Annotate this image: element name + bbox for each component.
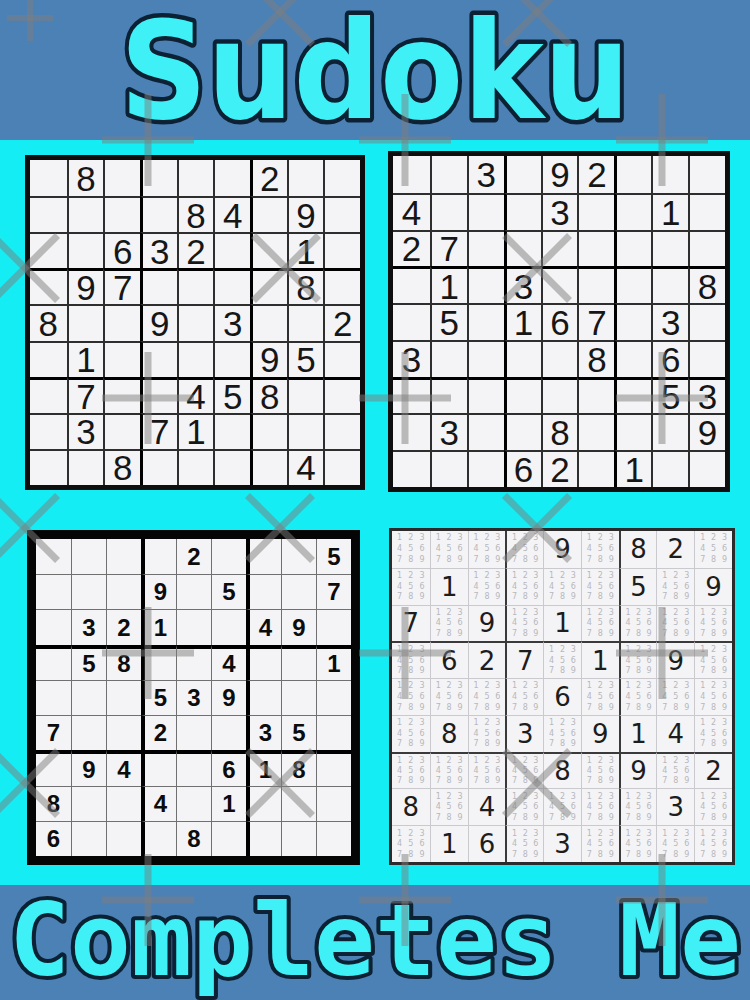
cell-r4c9: 8 bbox=[688, 266, 725, 303]
cell-r3c2: 123456789 bbox=[430, 605, 468, 642]
cell-r9c8 bbox=[281, 821, 316, 856]
given-digit: 8 bbox=[587, 342, 606, 377]
cell-r2c1: 123456789 bbox=[392, 568, 430, 605]
given-digit: 9 bbox=[630, 758, 647, 784]
cell-r4c7 bbox=[250, 268, 287, 304]
cell-r8c6 bbox=[213, 413, 250, 449]
pencil-marks: 123456789 bbox=[394, 756, 428, 787]
given-digit: 7 bbox=[150, 414, 169, 449]
cell-r2c6 bbox=[577, 193, 614, 230]
pencil-marks: 123456789 bbox=[471, 533, 504, 566]
given-digit: 1 bbox=[625, 452, 644, 487]
cell-r4c3: 2 bbox=[468, 641, 506, 678]
sudoku-grid-top-left: 8284963219788932195745837184 bbox=[25, 155, 365, 490]
cell-r1c6: 123456789 bbox=[581, 531, 619, 568]
cell-r3c6: 123456789 bbox=[581, 605, 619, 642]
cell-r4c2: 9 bbox=[67, 268, 104, 304]
pencil-marks: 123456789 bbox=[433, 533, 466, 566]
cell-r7c3 bbox=[103, 377, 140, 413]
given-digit: 6 bbox=[661, 342, 680, 377]
cell-r7c3 bbox=[467, 377, 504, 414]
cell-r8c3 bbox=[467, 413, 504, 450]
pencil-marks: 123456789 bbox=[509, 571, 541, 603]
cell-r6c5 bbox=[176, 715, 211, 750]
cell-r2c5: 123456789 bbox=[543, 568, 581, 605]
cell-r9c6: 123456789 bbox=[581, 825, 619, 862]
pencil-marks: 123456789 bbox=[546, 718, 579, 750]
cell-r1c2: 123456789 bbox=[430, 531, 468, 568]
cell-r4c2: 5 bbox=[71, 645, 106, 680]
given-digit: 9 bbox=[705, 574, 722, 600]
cell-r6c1: 7 bbox=[36, 715, 71, 750]
cell-r9c7 bbox=[250, 449, 287, 485]
cell-r1c8 bbox=[651, 156, 688, 193]
cell-r4c5 bbox=[541, 266, 578, 303]
cell-r9c9 bbox=[688, 450, 725, 487]
given-digit: 9 bbox=[260, 342, 279, 377]
cell-r3c3 bbox=[467, 230, 504, 267]
cell-r7c1 bbox=[36, 750, 71, 785]
pencil-marks: 123456789 bbox=[433, 791, 466, 823]
cell-r5c9 bbox=[316, 680, 351, 715]
cell-r4c4 bbox=[141, 645, 176, 680]
cell-r2c1 bbox=[30, 196, 67, 232]
cell-r8c7 bbox=[250, 413, 287, 449]
cell-r9c5: 2 bbox=[541, 450, 578, 487]
cell-r8c2: 3 bbox=[430, 413, 467, 450]
cell-r9c1 bbox=[30, 449, 67, 485]
cell-r8c5: 8 bbox=[541, 413, 578, 450]
cell-r2c5 bbox=[176, 574, 211, 609]
cell-r3c1: 2 bbox=[393, 230, 430, 267]
cell-r6c2 bbox=[71, 715, 106, 750]
cell-r1c7 bbox=[246, 539, 281, 574]
cell-r6c3 bbox=[106, 715, 141, 750]
given-digit: 8 bbox=[113, 450, 132, 485]
cell-r5c6: 7 bbox=[577, 303, 614, 340]
given-digit: 3 bbox=[76, 414, 95, 449]
cell-r5c1 bbox=[393, 303, 430, 340]
cell-r4c4: 3 bbox=[504, 266, 541, 303]
cell-r5c1: 123456789 bbox=[392, 678, 430, 715]
cell-r7c5 bbox=[541, 377, 578, 414]
cell-r7c9 bbox=[323, 377, 360, 413]
cell-r6c8: 6 bbox=[651, 340, 688, 377]
given-digit: 8 bbox=[47, 792, 60, 816]
given-digit: 8 bbox=[186, 198, 205, 233]
cell-r8c7 bbox=[614, 413, 651, 450]
cell-r7c2: 9 bbox=[71, 750, 106, 785]
given-digit: 8 bbox=[117, 652, 130, 676]
pencil-marks: 123456789 bbox=[697, 608, 730, 640]
subtitle-graphic: Completes Me bbox=[0, 885, 750, 1000]
cell-r8c9: 9 bbox=[688, 413, 725, 450]
given-digit: 7 bbox=[440, 231, 459, 266]
pencil-marks: 123456789 bbox=[509, 608, 541, 640]
cell-r4c2: 1 bbox=[430, 266, 467, 303]
given-digit: 6 bbox=[441, 648, 458, 674]
cell-r7c8: 8 bbox=[281, 750, 316, 785]
given-digit: 2 bbox=[186, 234, 205, 269]
cell-r8c3 bbox=[106, 786, 141, 821]
cell-r2c9: 7 bbox=[316, 574, 351, 609]
given-digit: 2 bbox=[333, 306, 352, 341]
given-digit: 9 bbox=[479, 610, 496, 636]
cell-r7c6: 123456789 bbox=[581, 752, 619, 789]
cell-r7c4: 123456789 bbox=[505, 752, 543, 789]
given-digit: 3 bbox=[550, 195, 569, 230]
given-digit: 9 bbox=[222, 686, 235, 710]
given-digit: 8 bbox=[260, 379, 279, 413]
pencil-marks: 123456789 bbox=[394, 645, 428, 676]
given-digit: 3 bbox=[668, 794, 685, 820]
cell-r6c3 bbox=[467, 340, 504, 377]
cell-r3c2: 7 bbox=[430, 230, 467, 267]
given-digit: 1 bbox=[327, 652, 340, 676]
given-digit: 1 bbox=[76, 342, 95, 377]
cell-r3c6 bbox=[211, 609, 246, 644]
given-digit: 2 bbox=[479, 648, 496, 674]
cell-r3c5: 1 bbox=[543, 605, 581, 642]
cell-r4c3: 7 bbox=[103, 268, 140, 304]
cell-r8c5: 123456789 bbox=[543, 788, 581, 825]
cell-r7c2 bbox=[430, 377, 467, 414]
cell-r8c7 bbox=[246, 786, 281, 821]
cell-r3c6 bbox=[213, 232, 250, 268]
cell-r3c3: 6 bbox=[103, 232, 140, 268]
cell-r6c8: 4 bbox=[656, 715, 694, 752]
cell-r3c2: 3 bbox=[71, 609, 106, 644]
given-digit: 3 bbox=[223, 306, 242, 341]
cell-r5c6: 3 bbox=[213, 304, 250, 340]
given-digit: 6 bbox=[514, 452, 533, 487]
cell-r9c9 bbox=[316, 821, 351, 856]
cell-r9c3: 8 bbox=[103, 449, 140, 485]
cell-r8c6 bbox=[577, 413, 614, 450]
cell-r6c7: 3 bbox=[246, 715, 281, 750]
given-digit: 5 bbox=[630, 574, 647, 600]
cell-r9c3: 6 bbox=[468, 825, 506, 862]
pencil-marks: 123456789 bbox=[509, 791, 541, 823]
cell-r8c2: 123456789 bbox=[430, 788, 468, 825]
cell-r8c5: 1 bbox=[177, 413, 214, 449]
cell-r2c1: 4 bbox=[393, 193, 430, 230]
cell-r9c5: 3 bbox=[543, 825, 581, 862]
cell-r6c5: 123456789 bbox=[543, 715, 581, 752]
pencil-marks: 123456789 bbox=[697, 791, 730, 823]
given-digit: 8 bbox=[292, 758, 305, 782]
cell-r2c6: 5 bbox=[211, 574, 246, 609]
given-digit: 8 bbox=[550, 415, 569, 450]
given-digit: 1 bbox=[222, 792, 235, 816]
cell-r5c8: 3 bbox=[651, 303, 688, 340]
cell-r3c4: 3 bbox=[140, 232, 177, 268]
cell-r9c4: 6 bbox=[504, 450, 541, 487]
cell-r9c5: 8 bbox=[176, 821, 211, 856]
cell-r7c6: 6 bbox=[211, 750, 246, 785]
given-digit: 7 bbox=[113, 270, 132, 304]
cell-r1c4 bbox=[141, 539, 176, 574]
given-digit: 5 bbox=[222, 580, 235, 604]
given-digit: 1 bbox=[441, 574, 458, 600]
given-digit: 2 bbox=[402, 231, 421, 266]
cell-r4c1 bbox=[393, 266, 430, 303]
cell-r6c5 bbox=[541, 340, 578, 377]
cell-r5c8 bbox=[287, 304, 324, 340]
cell-r5c4: 1 bbox=[504, 303, 541, 340]
cell-r1c3: 3 bbox=[467, 156, 504, 193]
cell-r9c8 bbox=[651, 450, 688, 487]
cell-r6c1: 123456789 bbox=[392, 715, 430, 752]
cell-r1c5: 9 bbox=[543, 531, 581, 568]
cell-r6c1 bbox=[30, 341, 67, 377]
cell-r5c2: 123456789 bbox=[430, 678, 468, 715]
given-digit: 3 bbox=[554, 831, 571, 857]
cell-r2c7 bbox=[250, 196, 287, 232]
cell-r2c8 bbox=[281, 574, 316, 609]
cell-r5c3 bbox=[106, 680, 141, 715]
given-digit: 1 bbox=[154, 616, 167, 640]
cell-r2c4 bbox=[504, 193, 541, 230]
cell-r8c3: 4 bbox=[468, 788, 506, 825]
cell-r6c6: 8 bbox=[577, 340, 614, 377]
pencil-marks: 123456789 bbox=[433, 608, 466, 640]
cell-r4c9 bbox=[323, 268, 360, 304]
cell-r9c6 bbox=[211, 821, 246, 856]
cell-r6c2: 8 bbox=[430, 715, 468, 752]
pencil-marks: 123456789 bbox=[697, 645, 730, 676]
given-digit: 3 bbox=[476, 157, 495, 192]
pencil-marks: 123456789 bbox=[659, 608, 692, 640]
cell-r2c2 bbox=[71, 574, 106, 609]
cell-r8c8 bbox=[651, 413, 688, 450]
cell-r1c7 bbox=[614, 156, 651, 193]
cell-r1c4 bbox=[140, 160, 177, 196]
given-digit: 3 bbox=[698, 379, 717, 413]
given-digit: 2 bbox=[187, 545, 200, 569]
cell-r4c1 bbox=[30, 268, 67, 304]
given-digit: 8 bbox=[403, 794, 420, 820]
given-digit: 9 bbox=[150, 306, 169, 341]
cell-r1c6 bbox=[213, 160, 250, 196]
given-digit: 2 bbox=[154, 721, 167, 745]
given-digit: 2 bbox=[550, 452, 569, 487]
given-digit: 9 bbox=[550, 157, 569, 192]
cell-r1c1: 123456789 bbox=[392, 531, 430, 568]
cell-r7c5: 8 bbox=[543, 752, 581, 789]
given-digit: 5 bbox=[223, 379, 242, 413]
pencil-marks: 123456789 bbox=[659, 756, 692, 787]
cell-r8c8 bbox=[287, 413, 324, 449]
given-digit: 2 bbox=[260, 161, 279, 196]
cell-r1c7: 2 bbox=[250, 160, 287, 196]
cell-r2c7 bbox=[246, 574, 281, 609]
cell-r4c9: 123456789 bbox=[694, 641, 732, 678]
top-banner: Sudoku bbox=[0, 0, 750, 140]
given-digit: 6 bbox=[554, 684, 571, 710]
cell-r6c4: 2 bbox=[141, 715, 176, 750]
pencil-marks: 123456789 bbox=[623, 645, 655, 676]
given-digit: 6 bbox=[47, 827, 60, 851]
given-digit: 9 bbox=[698, 415, 717, 450]
cell-r8c1 bbox=[30, 413, 67, 449]
given-digit: 3 bbox=[661, 305, 680, 340]
cell-r6c7: 9 bbox=[250, 341, 287, 377]
cell-r7c4 bbox=[140, 377, 177, 413]
cell-r8c4: 7 bbox=[140, 413, 177, 449]
pencil-marks: 123456789 bbox=[584, 791, 617, 823]
cell-r1c9 bbox=[688, 156, 725, 193]
sudoku-grid-bottom-left: 2595732149584153972359461884168 bbox=[27, 530, 360, 865]
pencil-marks: 123456789 bbox=[509, 681, 541, 713]
given-digit: 3 bbox=[259, 721, 272, 745]
cell-r4c8 bbox=[281, 645, 316, 680]
pencil-marks: 123456789 bbox=[697, 533, 730, 566]
pencil-marks: 123456789 bbox=[509, 828, 541, 860]
pencil-marks: 123456789 bbox=[697, 681, 730, 713]
cell-r9c3 bbox=[467, 450, 504, 487]
cell-r4c9: 1 bbox=[316, 645, 351, 680]
cell-r1c8 bbox=[281, 539, 316, 574]
cell-r4c7 bbox=[246, 645, 281, 680]
given-digit: 3 bbox=[82, 616, 95, 640]
given-digit: 2 bbox=[587, 157, 606, 192]
cell-r5c8: 123456789 bbox=[656, 678, 694, 715]
cell-r9c1: 6 bbox=[36, 821, 71, 856]
cell-r5c5: 3 bbox=[176, 680, 211, 715]
given-digit: 4 bbox=[259, 616, 272, 640]
pencil-marks: 123456789 bbox=[584, 533, 617, 566]
cell-r3c1 bbox=[30, 232, 67, 268]
cell-r7c2: 123456789 bbox=[430, 752, 468, 789]
cell-r4c7: 123456789 bbox=[619, 641, 657, 678]
cell-r6c2: 1 bbox=[67, 341, 104, 377]
given-digit: 5 bbox=[440, 305, 459, 340]
cell-r7c7 bbox=[614, 377, 651, 414]
cell-r6c8: 5 bbox=[287, 341, 324, 377]
given-digit: 3 bbox=[514, 269, 533, 303]
cell-r4c5 bbox=[176, 645, 211, 680]
cell-r3c1: 7 bbox=[392, 605, 430, 642]
cell-r7c9 bbox=[316, 750, 351, 785]
cell-r2c4: 9 bbox=[141, 574, 176, 609]
given-digit: 9 bbox=[82, 758, 95, 782]
given-digit: 6 bbox=[113, 234, 132, 269]
given-digit: 5 bbox=[661, 379, 680, 413]
pencil-marks: 123456789 bbox=[584, 681, 617, 713]
cell-r3c5 bbox=[176, 609, 211, 644]
cell-r4c2: 6 bbox=[430, 641, 468, 678]
cell-r2c9 bbox=[323, 196, 360, 232]
given-digit: 4 bbox=[402, 195, 421, 230]
given-digit: 1 bbox=[440, 269, 459, 303]
cell-r8c1: 8 bbox=[36, 786, 71, 821]
pencil-marks: 123456789 bbox=[471, 756, 504, 787]
cell-r2c3 bbox=[106, 574, 141, 609]
cell-r3c8: 9 bbox=[281, 609, 316, 644]
cell-r2c9: 9 bbox=[694, 568, 732, 605]
given-digit: 4 bbox=[668, 721, 685, 747]
given-digit: 8 bbox=[76, 161, 95, 196]
cell-r5c5: 6 bbox=[541, 303, 578, 340]
cell-r2c6: 123456789 bbox=[581, 568, 619, 605]
given-digit: 7 bbox=[327, 580, 340, 604]
pencil-marks: 123456789 bbox=[623, 828, 655, 860]
pencil-marks: 123456789 bbox=[584, 756, 617, 787]
cell-r8c2 bbox=[71, 786, 106, 821]
cell-r8c4: 123456789 bbox=[505, 788, 543, 825]
cell-r3c5: 2 bbox=[177, 232, 214, 268]
cell-r2c4: 123456789 bbox=[505, 568, 543, 605]
cell-r6c9: 123456789 bbox=[694, 715, 732, 752]
cell-r4c1 bbox=[36, 645, 71, 680]
cell-r2c3: 123456789 bbox=[468, 568, 506, 605]
cell-r3c4: 1 bbox=[141, 609, 176, 644]
cell-r2c2 bbox=[430, 193, 467, 230]
cell-r5c2: 5 bbox=[430, 303, 467, 340]
pencil-marks: 123456789 bbox=[546, 571, 579, 603]
cell-r9c3 bbox=[106, 821, 141, 856]
cell-r1c1 bbox=[36, 539, 71, 574]
cell-r9c4 bbox=[140, 449, 177, 485]
cell-r3c4 bbox=[504, 230, 541, 267]
cell-r8c6: 123456789 bbox=[581, 788, 619, 825]
given-digit: 7 bbox=[517, 648, 534, 674]
given-digit: 1 bbox=[441, 831, 458, 857]
cell-r4c8: 8 bbox=[287, 268, 324, 304]
given-digit: 7 bbox=[76, 379, 95, 413]
cell-r3c6 bbox=[577, 230, 614, 267]
cell-r6c3 bbox=[103, 341, 140, 377]
pencil-marks: 123456789 bbox=[623, 791, 655, 823]
cell-r2c2: 1 bbox=[430, 568, 468, 605]
cell-r1c3 bbox=[103, 160, 140, 196]
given-digit: 9 bbox=[76, 270, 95, 304]
given-digit: 9 bbox=[154, 580, 167, 604]
pencil-marks: 123456789 bbox=[546, 645, 579, 676]
cell-r4c3 bbox=[467, 266, 504, 303]
cell-r8c4 bbox=[504, 413, 541, 450]
cell-r5c2 bbox=[67, 304, 104, 340]
cell-r6c6 bbox=[213, 341, 250, 377]
cell-r6c9 bbox=[316, 715, 351, 750]
pencil-marks: 123456789 bbox=[394, 718, 428, 750]
given-digit: 3 bbox=[150, 234, 169, 269]
cell-r2c8: 123456789 bbox=[656, 568, 694, 605]
cell-r6c8: 5 bbox=[281, 715, 316, 750]
cell-r7c3: 4 bbox=[106, 750, 141, 785]
cell-r2c2 bbox=[67, 196, 104, 232]
cell-r3c8 bbox=[651, 230, 688, 267]
cell-r1c5: 9 bbox=[541, 156, 578, 193]
cell-r5c7 bbox=[250, 304, 287, 340]
cell-r1c8: 2 bbox=[656, 531, 694, 568]
cell-r5c6: 123456789 bbox=[581, 678, 619, 715]
cell-r7c7: 1 bbox=[246, 750, 281, 785]
cell-r2c5: 8 bbox=[177, 196, 214, 232]
cell-r7c1 bbox=[393, 377, 430, 414]
cell-r7c8 bbox=[287, 377, 324, 413]
given-digit: 8 bbox=[39, 306, 58, 341]
cell-r9c6 bbox=[213, 449, 250, 485]
cell-r4c6 bbox=[213, 268, 250, 304]
cell-r1c6 bbox=[211, 539, 246, 574]
cell-r1c1 bbox=[30, 160, 67, 196]
cell-r8c1 bbox=[393, 413, 430, 450]
cell-r2c1 bbox=[36, 574, 71, 609]
given-digit: 4 bbox=[296, 450, 315, 485]
cell-r4c7 bbox=[614, 266, 651, 303]
